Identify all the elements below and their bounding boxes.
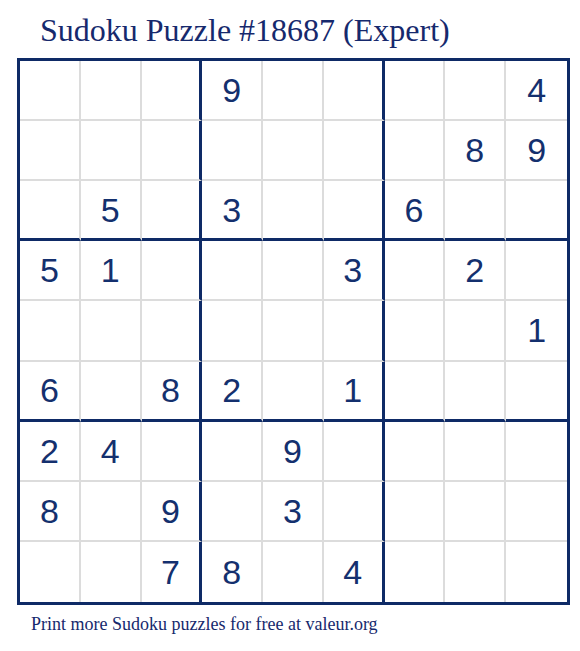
cell-r7c3 bbox=[142, 422, 203, 482]
cell-r8c5: 3 bbox=[263, 482, 324, 542]
cell-r5c2 bbox=[81, 301, 142, 361]
cell-r6c5 bbox=[263, 362, 324, 422]
cell-r1c5 bbox=[263, 61, 324, 121]
cell-r7c2: 4 bbox=[81, 422, 142, 482]
cell-r7c8 bbox=[445, 422, 506, 482]
cell-r3c6 bbox=[324, 181, 385, 241]
cell-r4c8: 2 bbox=[445, 241, 506, 301]
cell-r3c8 bbox=[445, 181, 506, 241]
cell-r1c8 bbox=[445, 61, 506, 121]
cell-r9c3: 7 bbox=[142, 542, 203, 602]
cell-r8c8 bbox=[445, 482, 506, 542]
cell-r6c6: 1 bbox=[324, 362, 385, 422]
cell-r3c4: 3 bbox=[202, 181, 263, 241]
cell-r1c1 bbox=[20, 61, 81, 121]
cell-r6c4: 2 bbox=[202, 362, 263, 422]
cell-r3c5 bbox=[263, 181, 324, 241]
cell-r6c2 bbox=[81, 362, 142, 422]
cell-r6c8 bbox=[445, 362, 506, 422]
cell-r5c4 bbox=[202, 301, 263, 361]
cell-r9c6: 4 bbox=[324, 542, 385, 602]
cell-r7c5: 9 bbox=[263, 422, 324, 482]
cell-r1c7 bbox=[385, 61, 446, 121]
cell-r6c7 bbox=[385, 362, 446, 422]
cell-r3c7: 6 bbox=[385, 181, 446, 241]
cell-r5c3 bbox=[142, 301, 203, 361]
cell-r2c5 bbox=[263, 121, 324, 181]
cell-r9c1 bbox=[20, 542, 81, 602]
cell-r4c4 bbox=[202, 241, 263, 301]
cell-r5c6 bbox=[324, 301, 385, 361]
cell-r1c2 bbox=[81, 61, 142, 121]
cell-r5c7 bbox=[385, 301, 446, 361]
cell-r2c8: 8 bbox=[445, 121, 506, 181]
cell-r4c7 bbox=[385, 241, 446, 301]
cell-r1c3 bbox=[142, 61, 203, 121]
cell-r3c1 bbox=[20, 181, 81, 241]
cell-r8c3: 9 bbox=[142, 482, 203, 542]
cell-r9c7 bbox=[385, 542, 446, 602]
cell-r4c6: 3 bbox=[324, 241, 385, 301]
cell-r5c5 bbox=[263, 301, 324, 361]
cell-r5c1 bbox=[20, 301, 81, 361]
cell-r1c9: 4 bbox=[506, 61, 567, 121]
cell-r8c7 bbox=[385, 482, 446, 542]
cell-r4c5 bbox=[263, 241, 324, 301]
cell-r2c3 bbox=[142, 121, 203, 181]
footer-text: Print more Sudoku puzzles for free at va… bbox=[31, 614, 378, 635]
cell-r7c4 bbox=[202, 422, 263, 482]
cell-r8c4 bbox=[202, 482, 263, 542]
cell-r5c8 bbox=[445, 301, 506, 361]
cell-r6c9 bbox=[506, 362, 567, 422]
cell-r3c9 bbox=[506, 181, 567, 241]
cell-r5c9: 1 bbox=[506, 301, 567, 361]
sudoku-grid: 9489536513216821249893784 bbox=[17, 58, 570, 605]
cell-r2c6 bbox=[324, 121, 385, 181]
cell-r8c2 bbox=[81, 482, 142, 542]
cell-r9c8 bbox=[445, 542, 506, 602]
cell-r7c7 bbox=[385, 422, 446, 482]
cell-r4c9 bbox=[506, 241, 567, 301]
cell-r4c3 bbox=[142, 241, 203, 301]
cell-r8c1: 8 bbox=[20, 482, 81, 542]
page-title: Sudoku Puzzle #18687 (Expert) bbox=[40, 12, 450, 49]
cell-r1c6 bbox=[324, 61, 385, 121]
cell-r2c2 bbox=[81, 121, 142, 181]
cell-r6c3: 8 bbox=[142, 362, 203, 422]
cell-r7c1: 2 bbox=[20, 422, 81, 482]
cell-r9c5 bbox=[263, 542, 324, 602]
cell-r2c1 bbox=[20, 121, 81, 181]
cell-r8c6 bbox=[324, 482, 385, 542]
cell-r2c9: 9 bbox=[506, 121, 567, 181]
cell-r8c9 bbox=[506, 482, 567, 542]
cell-r1c4: 9 bbox=[202, 61, 263, 121]
cell-r2c7 bbox=[385, 121, 446, 181]
cell-r3c3 bbox=[142, 181, 203, 241]
cell-r9c9 bbox=[506, 542, 567, 602]
cell-r9c4: 8 bbox=[202, 542, 263, 602]
cell-r4c2: 1 bbox=[81, 241, 142, 301]
cell-r4c1: 5 bbox=[20, 241, 81, 301]
cell-r6c1: 6 bbox=[20, 362, 81, 422]
cell-r3c2: 5 bbox=[81, 181, 142, 241]
cell-r9c2 bbox=[81, 542, 142, 602]
cell-r7c9 bbox=[506, 422, 567, 482]
cell-r2c4 bbox=[202, 121, 263, 181]
cell-r7c6 bbox=[324, 422, 385, 482]
